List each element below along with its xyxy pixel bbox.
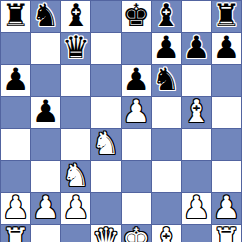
square-f6[interactable]: ♞	[152, 65, 181, 96]
square-d2[interactable]	[91, 193, 120, 224]
piece-black-pawn: ♟	[122, 64, 150, 95]
square-g2[interactable]: ♟	[182, 193, 211, 224]
square-b1[interactable]	[31, 225, 60, 242]
square-f5[interactable]	[152, 97, 181, 128]
square-b8[interactable]: ♞	[31, 1, 60, 32]
square-f2[interactable]	[152, 193, 181, 224]
square-h5[interactable]	[212, 97, 241, 128]
square-a3[interactable]	[1, 161, 30, 192]
square-h7[interactable]: ♟	[212, 33, 241, 64]
square-g7[interactable]: ♟	[182, 33, 211, 64]
square-a4[interactable]	[1, 129, 30, 160]
square-d6[interactable]	[91, 65, 120, 96]
square-c8[interactable]: ♝	[61, 1, 90, 32]
square-b4[interactable]	[31, 129, 60, 160]
piece-black-bishop: ♝	[152, 0, 180, 31]
square-a7[interactable]	[1, 33, 30, 64]
square-g4[interactable]	[182, 129, 211, 160]
square-c1[interactable]	[61, 225, 90, 242]
piece-white-bishop: ♝	[152, 224, 180, 242]
piece-white-pawn: ♟	[2, 192, 30, 223]
piece-black-rook: ♜	[2, 0, 30, 31]
square-e2[interactable]	[122, 193, 151, 224]
square-h2[interactable]: ♟	[212, 193, 241, 224]
square-e8[interactable]: ♚	[122, 1, 151, 32]
square-b5[interactable]: ♟	[31, 97, 60, 128]
square-c4[interactable]	[61, 129, 90, 160]
square-f3[interactable]	[152, 161, 181, 192]
square-g8[interactable]	[182, 1, 211, 32]
piece-white-bishop: ♝	[182, 96, 210, 127]
square-h1[interactable]: ♜	[212, 225, 241, 242]
piece-white-rook: ♜	[213, 224, 241, 242]
piece-black-pawn: ♟	[152, 32, 180, 63]
square-g5[interactable]: ♝	[182, 97, 211, 128]
square-d1[interactable]: ♛	[91, 225, 120, 242]
piece-white-pawn: ♟	[182, 192, 210, 223]
square-a8[interactable]: ♜	[1, 1, 30, 32]
square-b6[interactable]	[31, 65, 60, 96]
square-a1[interactable]: ♜	[1, 225, 30, 242]
square-h4[interactable]	[212, 129, 241, 160]
piece-white-pawn: ♟	[122, 96, 150, 127]
piece-black-pawn: ♟	[32, 96, 60, 127]
square-d4[interactable]: ♞	[91, 129, 120, 160]
square-g1[interactable]	[182, 225, 211, 242]
piece-black-pawn: ♟	[2, 64, 30, 95]
square-c3[interactable]: ♞	[61, 161, 90, 192]
square-g6[interactable]	[182, 65, 211, 96]
square-c5[interactable]	[61, 97, 90, 128]
piece-white-knight: ♞	[62, 160, 90, 191]
square-g3[interactable]	[182, 161, 211, 192]
piece-white-pawn: ♟	[32, 192, 60, 223]
piece-white-pawn: ♟	[213, 192, 241, 223]
piece-black-knight: ♞	[152, 64, 180, 95]
square-h8[interactable]: ♜	[212, 1, 241, 32]
square-e7[interactable]	[122, 33, 151, 64]
piece-white-queen: ♛	[92, 224, 120, 242]
chess-board: ♜♞♝♚♝♜♛♟♟♟♟♟♞♟♟♝♞♞♟♟♟♟♟♜♛♚♝♜	[0, 0, 242, 242]
square-h3[interactable]	[212, 161, 241, 192]
piece-black-knight: ♞	[32, 0, 60, 31]
piece-white-rook: ♜	[2, 224, 30, 242]
square-a6[interactable]: ♟	[1, 65, 30, 96]
square-f4[interactable]	[152, 129, 181, 160]
square-d7[interactable]	[91, 33, 120, 64]
square-b7[interactable]	[31, 33, 60, 64]
square-d3[interactable]	[91, 161, 120, 192]
square-e4[interactable]	[122, 129, 151, 160]
square-c2[interactable]: ♟	[61, 193, 90, 224]
square-a2[interactable]: ♟	[1, 193, 30, 224]
square-b2[interactable]: ♟	[31, 193, 60, 224]
square-d5[interactable]	[91, 97, 120, 128]
piece-black-king: ♚	[122, 0, 150, 31]
piece-white-pawn: ♟	[62, 192, 90, 223]
square-d8[interactable]	[91, 1, 120, 32]
piece-black-rook: ♜	[213, 0, 241, 31]
square-e3[interactable]	[122, 161, 151, 192]
piece-black-pawn: ♟	[182, 32, 210, 63]
square-e1[interactable]: ♚	[122, 225, 151, 242]
square-a5[interactable]	[1, 97, 30, 128]
piece-white-king: ♚	[122, 224, 150, 242]
square-f1[interactable]: ♝	[152, 225, 181, 242]
square-e5[interactable]: ♟	[122, 97, 151, 128]
square-f7[interactable]: ♟	[152, 33, 181, 64]
square-c6[interactable]	[61, 65, 90, 96]
piece-black-queen: ♛	[62, 32, 90, 63]
square-e6[interactable]: ♟	[122, 65, 151, 96]
square-f8[interactable]: ♝	[152, 1, 181, 32]
square-c7[interactable]: ♛	[61, 33, 90, 64]
piece-black-bishop: ♝	[62, 0, 90, 31]
square-b3[interactable]	[31, 161, 60, 192]
piece-black-pawn: ♟	[213, 32, 241, 63]
square-h6[interactable]	[212, 65, 241, 96]
piece-white-knight: ♞	[92, 128, 120, 159]
